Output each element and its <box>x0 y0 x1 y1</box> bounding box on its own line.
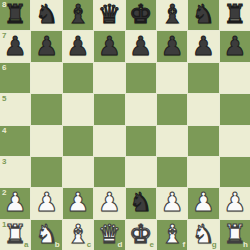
square-h8[interactable]: ♜ <box>220 0 250 30</box>
piece-black-king-e8[interactable]: ♚ <box>129 1 152 27</box>
piece-white-king-e1[interactable]: ♚ <box>129 221 152 247</box>
square-d6[interactable] <box>94 63 124 93</box>
piece-white-pawn-c2[interactable]: ♟ <box>66 189 89 215</box>
piece-white-rook-a1[interactable]: ♜ <box>4 221 27 247</box>
square-f7[interactable]: ♟ <box>157 31 187 61</box>
square-b3[interactable] <box>31 157 61 187</box>
piece-black-bishop-c8[interactable]: ♝ <box>66 1 89 27</box>
piece-white-pawn-f2[interactable]: ♟ <box>160 189 183 215</box>
chess-board-wrapper: 8♜♞♝♛♚♝♞♜7♟♟♟♟♟♟♟♟65432♟♟♟♟♞♟♟♟1a♜b♞c♝d♛… <box>0 0 250 250</box>
square-h3[interactable] <box>220 157 250 187</box>
square-f4[interactable] <box>157 126 187 156</box>
square-g6[interactable] <box>188 63 218 93</box>
piece-black-rook-h8[interactable]: ♜ <box>223 1 246 27</box>
square-f5[interactable] <box>157 94 187 124</box>
square-h6[interactable] <box>220 63 250 93</box>
square-e4[interactable] <box>126 126 156 156</box>
square-a1[interactable]: 1a♜ <box>0 220 30 250</box>
rank-label-6: 6 <box>2 64 6 72</box>
square-h5[interactable] <box>220 94 250 124</box>
square-g4[interactable] <box>188 126 218 156</box>
piece-black-knight-b8[interactable]: ♞ <box>35 1 58 27</box>
piece-white-pawn-b2[interactable]: ♟ <box>35 189 58 215</box>
square-d7[interactable]: ♟ <box>94 31 124 61</box>
square-c8[interactable]: ♝ <box>63 0 93 30</box>
square-b7[interactable]: ♟ <box>31 31 61 61</box>
piece-white-bishop-c1[interactable]: ♝ <box>66 221 89 247</box>
piece-black-pawn-d7[interactable]: ♟ <box>98 33 121 59</box>
piece-white-pawn-a2[interactable]: ♟ <box>4 189 27 215</box>
square-f1[interactable]: f♝ <box>157 220 187 250</box>
square-e7[interactable]: ♟ <box>126 31 156 61</box>
square-d8[interactable]: ♛ <box>94 0 124 30</box>
square-c3[interactable] <box>63 157 93 187</box>
square-f6[interactable] <box>157 63 187 93</box>
piece-white-pawn-h2[interactable]: ♟ <box>223 189 246 215</box>
square-e1[interactable]: e♚ <box>126 220 156 250</box>
piece-black-knight-g8[interactable]: ♞ <box>192 1 215 27</box>
square-e3[interactable] <box>126 157 156 187</box>
piece-white-rook-h1[interactable]: ♜ <box>223 221 246 247</box>
square-f8[interactable]: ♝ <box>157 0 187 30</box>
piece-white-knight-g1[interactable]: ♞ <box>192 221 215 247</box>
piece-white-pawn-g2[interactable]: ♟ <box>192 189 215 215</box>
piece-black-pawn-f7[interactable]: ♟ <box>160 33 183 59</box>
piece-black-bishop-f8[interactable]: ♝ <box>160 1 183 27</box>
piece-black-pawn-e7[interactable]: ♟ <box>129 33 152 59</box>
square-b4[interactable] <box>31 126 61 156</box>
piece-white-pawn-d2[interactable]: ♟ <box>98 189 121 215</box>
square-d4[interactable] <box>94 126 124 156</box>
piece-black-pawn-b7[interactable]: ♟ <box>35 33 58 59</box>
square-e6[interactable] <box>126 63 156 93</box>
square-e5[interactable] <box>126 94 156 124</box>
square-c5[interactable] <box>63 94 93 124</box>
square-c7[interactable]: ♟ <box>63 31 93 61</box>
piece-black-knight-e2[interactable]: ♞ <box>129 189 152 215</box>
piece-black-rook-a8[interactable]: ♜ <box>4 1 27 27</box>
piece-black-pawn-c7[interactable]: ♟ <box>66 33 89 59</box>
piece-white-knight-b1[interactable]: ♞ <box>35 221 58 247</box>
piece-black-pawn-a7[interactable]: ♟ <box>4 33 27 59</box>
chess-board: 8♜♞♝♛♚♝♞♜7♟♟♟♟♟♟♟♟65432♟♟♟♟♞♟♟♟1a♜b♞c♝d♛… <box>0 0 250 250</box>
square-a5[interactable]: 5 <box>0 94 30 124</box>
square-c4[interactable] <box>63 126 93 156</box>
square-b1[interactable]: b♞ <box>31 220 61 250</box>
piece-black-pawn-h7[interactable]: ♟ <box>223 33 246 59</box>
square-d5[interactable] <box>94 94 124 124</box>
square-f2[interactable]: ♟ <box>157 188 187 218</box>
square-a7[interactable]: 7♟ <box>0 31 30 61</box>
square-g5[interactable] <box>188 94 218 124</box>
square-b8[interactable]: ♞ <box>31 0 61 30</box>
rank-label-5: 5 <box>2 95 6 103</box>
square-g7[interactable]: ♟ <box>188 31 218 61</box>
square-d3[interactable] <box>94 157 124 187</box>
piece-white-queen-d1[interactable]: ♛ <box>98 221 121 247</box>
square-a4[interactable]: 4 <box>0 126 30 156</box>
square-a3[interactable]: 3 <box>0 157 30 187</box>
piece-white-bishop-f1[interactable]: ♝ <box>160 221 183 247</box>
square-d2[interactable]: ♟ <box>94 188 124 218</box>
square-h2[interactable]: ♟ <box>220 188 250 218</box>
square-d1[interactable]: d♛ <box>94 220 124 250</box>
square-e8[interactable]: ♚ <box>126 0 156 30</box>
square-f3[interactable] <box>157 157 187 187</box>
rank-label-4: 4 <box>2 127 6 135</box>
square-a6[interactable]: 6 <box>0 63 30 93</box>
square-a8[interactable]: 8♜ <box>0 0 30 30</box>
rank-label-3: 3 <box>2 158 6 166</box>
square-c1[interactable]: c♝ <box>63 220 93 250</box>
square-g2[interactable]: ♟ <box>188 188 218 218</box>
square-b6[interactable] <box>31 63 61 93</box>
square-h1[interactable]: h♜ <box>220 220 250 250</box>
square-e2[interactable]: ♞ <box>126 188 156 218</box>
square-c6[interactable] <box>63 63 93 93</box>
piece-black-queen-d8[interactable]: ♛ <box>98 1 121 27</box>
square-g3[interactable] <box>188 157 218 187</box>
square-b5[interactable] <box>31 94 61 124</box>
square-h7[interactable]: ♟ <box>220 31 250 61</box>
square-g8[interactable]: ♞ <box>188 0 218 30</box>
square-c2[interactable]: ♟ <box>63 188 93 218</box>
square-b2[interactable]: ♟ <box>31 188 61 218</box>
square-h4[interactable] <box>220 126 250 156</box>
square-g1[interactable]: g♞ <box>188 220 218 250</box>
square-a2[interactable]: 2♟ <box>0 188 30 218</box>
piece-black-pawn-g7[interactable]: ♟ <box>192 33 215 59</box>
